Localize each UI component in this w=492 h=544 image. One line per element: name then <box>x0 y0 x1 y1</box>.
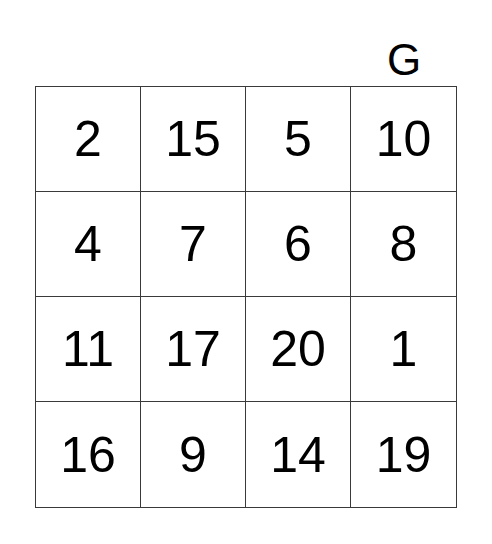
cell-r4c1[interactable]: 16 <box>36 402 141 507</box>
cell-r1c1[interactable]: 2 <box>36 87 141 192</box>
cell-r1c3[interactable]: 5 <box>246 87 351 192</box>
cell-r3c2[interactable]: 17 <box>141 297 246 402</box>
column-label-g: G <box>351 35 457 85</box>
cell-r3c3[interactable]: 20 <box>246 297 351 402</box>
cell-r2c2[interactable]: 7 <box>141 192 246 297</box>
bingo-board: 2 15 5 10 4 7 6 8 11 17 20 1 16 9 14 19 <box>35 86 457 508</box>
cell-r4c4[interactable]: 19 <box>351 402 456 507</box>
cell-r2c4[interactable]: 8 <box>351 192 456 297</box>
cell-r1c4[interactable]: 10 <box>351 87 456 192</box>
cell-r3c1[interactable]: 11 <box>36 297 141 402</box>
cell-r4c2[interactable]: 9 <box>141 402 246 507</box>
cell-r1c2[interactable]: 15 <box>141 87 246 192</box>
cell-r2c1[interactable]: 4 <box>36 192 141 297</box>
cell-r4c3[interactable]: 14 <box>246 402 351 507</box>
cell-r3c4[interactable]: 1 <box>351 297 456 402</box>
cell-r2c3[interactable]: 6 <box>246 192 351 297</box>
